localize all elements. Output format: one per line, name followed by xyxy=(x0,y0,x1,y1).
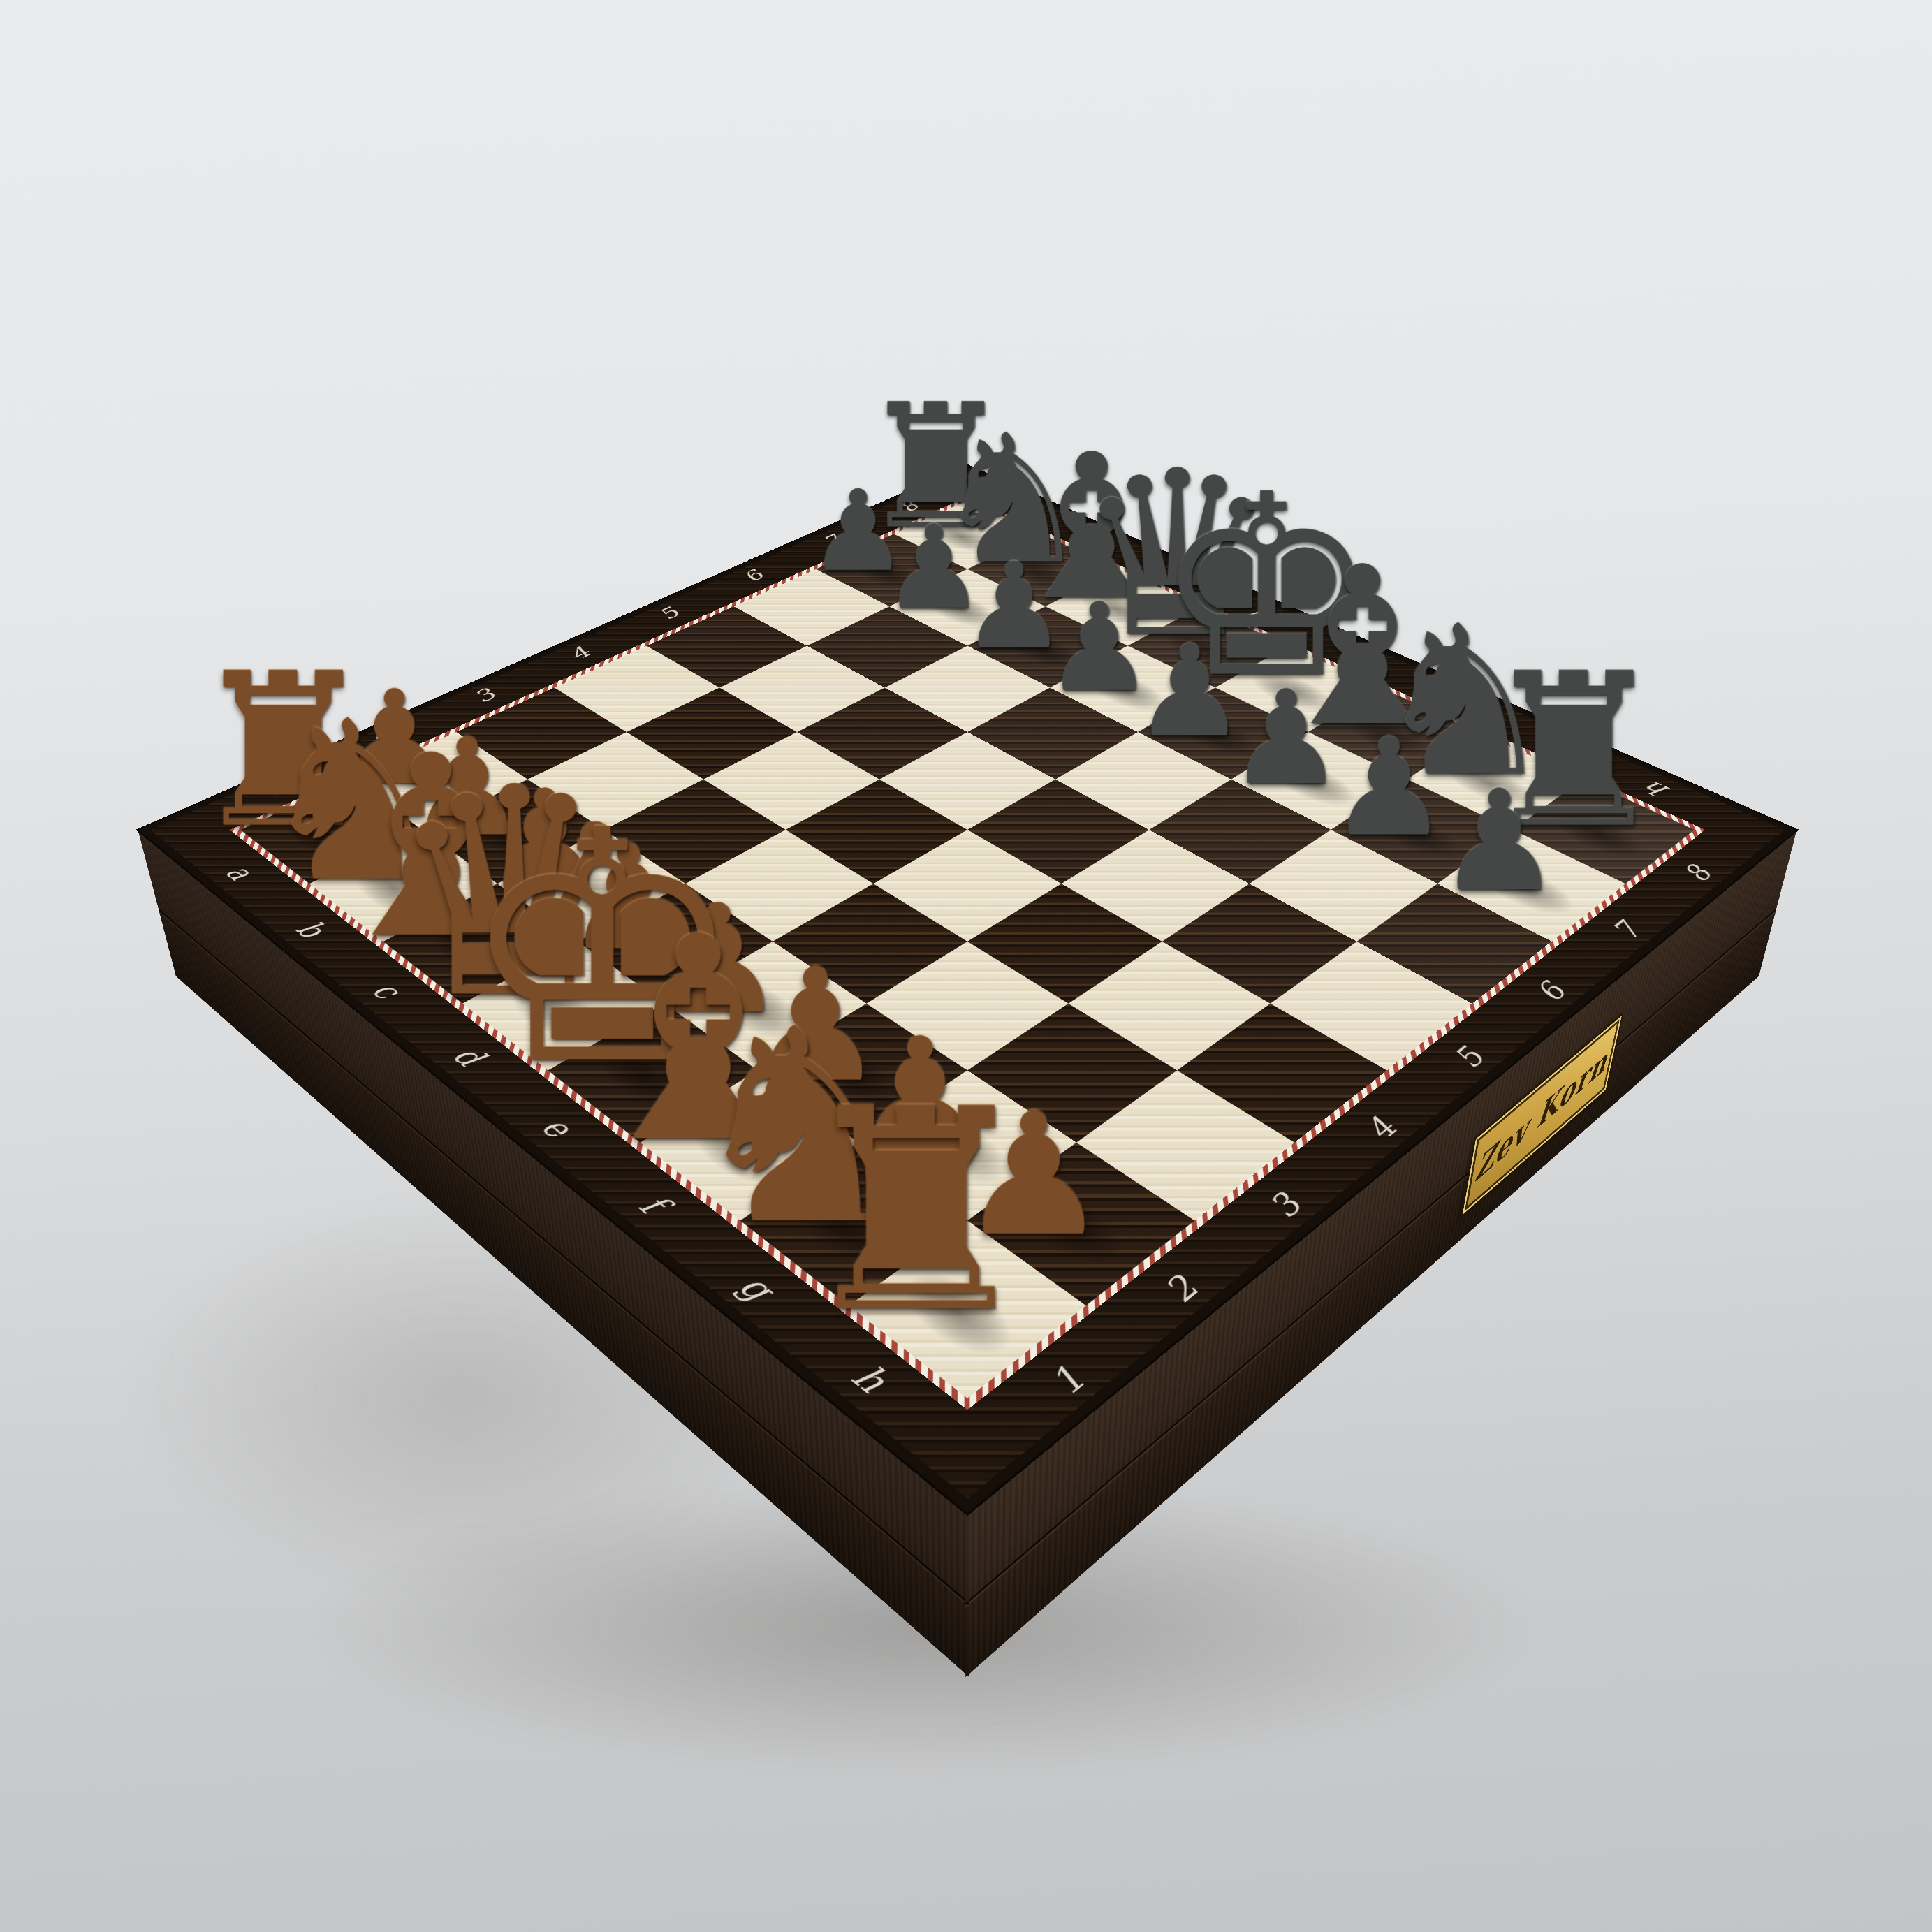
piece-black-pawn-h7: ♟ xyxy=(1437,775,1562,907)
photo-scene: ♜♞♝♛♚♝♞♜♟♟♟♟♟♟♟♟♟♟♟♟♟♟♟♟♜♞♝♛♚♝♞♜ abcdefg… xyxy=(0,0,1932,1932)
piece-black-pawn-g7: ♟ xyxy=(1329,724,1450,852)
piece-black-pawn-f7: ♟ xyxy=(1228,677,1345,800)
piece-white-rook-h1: ♜ xyxy=(791,1079,1041,1344)
